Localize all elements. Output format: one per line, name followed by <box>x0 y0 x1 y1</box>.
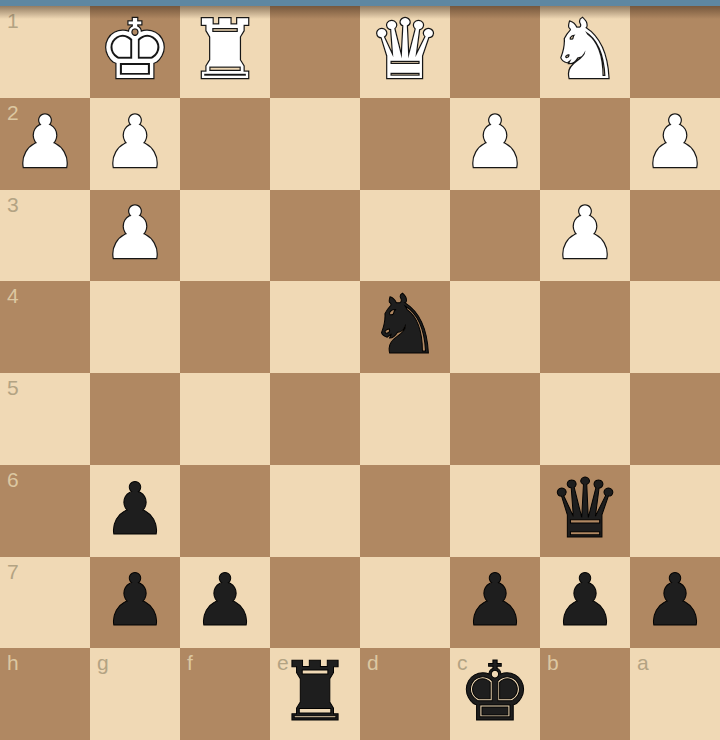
square-e1[interactable] <box>270 6 360 98</box>
square-c4[interactable] <box>450 281 540 373</box>
coord-label-f: f <box>187 652 193 673</box>
square-g6[interactable]: ♟ <box>90 465 180 557</box>
square-e5[interactable] <box>270 373 360 465</box>
black-pawn-icon[interactable]: ♟ <box>553 564 618 636</box>
square-d3[interactable] <box>360 190 450 282</box>
square-d8[interactable]: d <box>360 648 450 740</box>
black-pawn-icon[interactable]: ♟ <box>103 473 168 545</box>
white-queen-icon[interactable]: ♛ <box>368 9 442 91</box>
white-knight-icon[interactable]: ♞ <box>548 9 622 91</box>
square-b3[interactable]: ♟ <box>540 190 630 282</box>
square-a6[interactable] <box>630 465 720 557</box>
square-a3[interactable] <box>630 190 720 282</box>
square-f7[interactable]: ♟ <box>180 557 270 649</box>
square-a2[interactable]: ♟ <box>630 98 720 190</box>
coord-label-h: h <box>7 652 19 673</box>
square-e6[interactable] <box>270 465 360 557</box>
square-b5[interactable] <box>540 373 630 465</box>
chess-board: 1♚♜♛♞2♟♟♟♟3♟♟4♞56♟♛7♟♟♟♟♟hgfe♜dc♚ba <box>0 6 720 740</box>
white-pawn-icon[interactable]: ♟ <box>643 106 708 178</box>
square-c2[interactable]: ♟ <box>450 98 540 190</box>
square-a4[interactable] <box>630 281 720 373</box>
square-f1[interactable]: ♜ <box>180 6 270 98</box>
square-h7[interactable]: 7 <box>0 557 90 649</box>
square-h1[interactable]: 1 <box>0 6 90 98</box>
square-h6[interactable]: 6 <box>0 465 90 557</box>
square-b6[interactable]: ♛ <box>540 465 630 557</box>
square-b8[interactable]: b <box>540 648 630 740</box>
square-d5[interactable] <box>360 373 450 465</box>
square-h2[interactable]: 2♟ <box>0 98 90 190</box>
square-f5[interactable] <box>180 373 270 465</box>
square-e8[interactable]: e♜ <box>270 648 360 740</box>
square-a7[interactable]: ♟ <box>630 557 720 649</box>
coord-label-6: 6 <box>7 469 19 490</box>
square-e3[interactable] <box>270 190 360 282</box>
square-f4[interactable] <box>180 281 270 373</box>
square-h4[interactable]: 4 <box>0 281 90 373</box>
square-b1[interactable]: ♞ <box>540 6 630 98</box>
square-c3[interactable] <box>450 190 540 282</box>
square-d1[interactable]: ♛ <box>360 6 450 98</box>
square-d6[interactable] <box>360 465 450 557</box>
square-g8[interactable]: g <box>90 648 180 740</box>
coord-label-7: 7 <box>7 561 19 582</box>
white-king-icon[interactable]: ♚ <box>98 9 172 91</box>
square-c7[interactable]: ♟ <box>450 557 540 649</box>
square-b2[interactable] <box>540 98 630 190</box>
square-g3[interactable]: ♟ <box>90 190 180 282</box>
square-b4[interactable] <box>540 281 630 373</box>
black-queen-icon[interactable]: ♛ <box>548 468 622 550</box>
white-pawn-icon[interactable]: ♟ <box>463 106 528 178</box>
square-f3[interactable] <box>180 190 270 282</box>
white-pawn-icon[interactable]: ♟ <box>103 197 168 269</box>
square-d4[interactable]: ♞ <box>360 281 450 373</box>
square-c1[interactable] <box>450 6 540 98</box>
square-e7[interactable] <box>270 557 360 649</box>
white-pawn-icon[interactable]: ♟ <box>553 197 618 269</box>
square-f2[interactable] <box>180 98 270 190</box>
coord-label-g: g <box>97 652 109 673</box>
square-h5[interactable]: 5 <box>0 373 90 465</box>
square-c8[interactable]: c♚ <box>450 648 540 740</box>
square-d2[interactable] <box>360 98 450 190</box>
black-knight-icon[interactable]: ♞ <box>368 284 442 366</box>
white-pawn-icon[interactable]: ♟ <box>13 106 78 178</box>
black-pawn-icon[interactable]: ♟ <box>193 564 258 636</box>
black-king-icon[interactable]: ♚ <box>458 651 532 733</box>
square-f6[interactable] <box>180 465 270 557</box>
square-c5[interactable] <box>450 373 540 465</box>
coord-label-d: d <box>367 652 379 673</box>
square-c6[interactable] <box>450 465 540 557</box>
black-pawn-icon[interactable]: ♟ <box>643 564 708 636</box>
square-h3[interactable]: 3 <box>0 190 90 282</box>
square-e2[interactable] <box>270 98 360 190</box>
coord-label-a: a <box>637 652 649 673</box>
coord-label-5: 5 <box>7 377 19 398</box>
square-h8[interactable]: h <box>0 648 90 740</box>
white-pawn-icon[interactable]: ♟ <box>103 106 168 178</box>
square-g4[interactable] <box>90 281 180 373</box>
black-pawn-icon[interactable]: ♟ <box>463 564 528 636</box>
coord-label-1: 1 <box>7 10 19 31</box>
square-a1[interactable] <box>630 6 720 98</box>
black-pawn-icon[interactable]: ♟ <box>103 564 168 636</box>
white-rook-icon[interactable]: ♜ <box>188 9 262 91</box>
square-b7[interactable]: ♟ <box>540 557 630 649</box>
square-a8[interactable]: a <box>630 648 720 740</box>
square-a5[interactable] <box>630 373 720 465</box>
square-g1[interactable]: ♚ <box>90 6 180 98</box>
square-e4[interactable] <box>270 281 360 373</box>
coord-label-b: b <box>547 652 559 673</box>
square-d7[interactable] <box>360 557 450 649</box>
square-g7[interactable]: ♟ <box>90 557 180 649</box>
square-g2[interactable]: ♟ <box>90 98 180 190</box>
black-rook-icon[interactable]: ♜ <box>278 651 352 733</box>
square-g5[interactable] <box>90 373 180 465</box>
coord-label-4: 4 <box>7 285 19 306</box>
coord-label-3: 3 <box>7 194 19 215</box>
square-f8[interactable]: f <box>180 648 270 740</box>
